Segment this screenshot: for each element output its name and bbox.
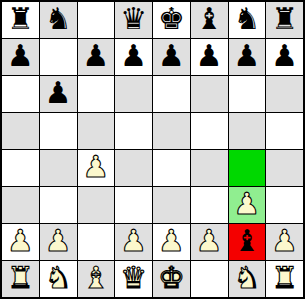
black-rook[interactable]: ♜ [7,4,34,34]
square-h2[interactable]: ♟ [266,224,303,260]
white-pawn[interactable]: ♟ [271,226,298,256]
square-f8[interactable]: ♝ [191,2,228,38]
square-c5[interactable] [78,113,115,149]
square-d6[interactable] [115,76,152,112]
black-knight[interactable]: ♞ [45,4,72,34]
square-c3[interactable] [78,187,115,223]
black-pawn[interactable]: ♟ [233,41,260,71]
chess-board: ♜♞♛♚♝♞♜♟♟♟♟♟♟♟♟♟♟♟♟♟♟♟♝♟♜♞♝♛♚♞♜ [0,0,305,299]
square-c1[interactable]: ♝ [78,261,115,297]
square-h7[interactable]: ♟ [266,39,303,75]
square-e5[interactable] [153,113,190,149]
square-g5[interactable] [229,113,266,149]
black-bishop[interactable]: ♝ [233,226,260,256]
square-e7[interactable]: ♟ [153,39,190,75]
square-f2[interactable]: ♟ [191,224,228,260]
white-knight[interactable]: ♞ [233,263,260,293]
white-queen[interactable]: ♛ [120,263,147,293]
white-pawn[interactable]: ♟ [45,226,72,256]
white-bishop[interactable]: ♝ [82,263,109,293]
white-pawn[interactable]: ♟ [82,152,109,182]
square-h8[interactable]: ♜ [266,2,303,38]
square-b6[interactable]: ♟ [40,76,77,112]
white-knight[interactable]: ♞ [45,263,72,293]
square-f3[interactable] [191,187,228,223]
black-pawn[interactable]: ♟ [82,41,109,71]
black-bishop[interactable]: ♝ [196,4,223,34]
square-d3[interactable] [115,187,152,223]
black-pawn[interactable]: ♟ [158,41,185,71]
white-pawn[interactable]: ♟ [233,189,260,219]
white-pawn[interactable]: ♟ [7,226,34,256]
square-c2[interactable] [78,224,115,260]
square-a3[interactable] [2,187,39,223]
square-g3[interactable]: ♟ [229,187,266,223]
square-c4[interactable]: ♟ [78,150,115,186]
square-a2[interactable]: ♟ [2,224,39,260]
white-pawn[interactable]: ♟ [120,226,147,256]
black-pawn[interactable]: ♟ [120,41,147,71]
square-b3[interactable] [40,187,77,223]
square-b7[interactable] [40,39,77,75]
square-b2[interactable]: ♟ [40,224,77,260]
black-knight[interactable]: ♞ [233,4,260,34]
square-f4[interactable] [191,150,228,186]
square-h5[interactable] [266,113,303,149]
black-rook[interactable]: ♜ [271,4,298,34]
black-pawn[interactable]: ♟ [7,41,34,71]
square-f1[interactable] [191,261,228,297]
black-pawn[interactable]: ♟ [45,78,72,108]
square-g2[interactable]: ♝ [229,224,266,260]
square-e8[interactable]: ♚ [153,2,190,38]
square-e2[interactable]: ♟ [153,224,190,260]
square-d4[interactable] [115,150,152,186]
square-h3[interactable] [266,187,303,223]
square-e1[interactable]: ♚ [153,261,190,297]
square-e4[interactable] [153,150,190,186]
square-d2[interactable]: ♟ [115,224,152,260]
square-a1[interactable]: ♜ [2,261,39,297]
white-pawn[interactable]: ♟ [196,226,223,256]
square-a4[interactable] [2,150,39,186]
square-e3[interactable] [153,187,190,223]
black-king[interactable]: ♚ [158,4,185,34]
square-c6[interactable] [78,76,115,112]
square-a7[interactable]: ♟ [2,39,39,75]
square-g1[interactable]: ♞ [229,261,266,297]
square-g4[interactable] [229,150,266,186]
square-b5[interactable] [40,113,77,149]
square-a8[interactable]: ♜ [2,2,39,38]
square-g7[interactable]: ♟ [229,39,266,75]
square-c8[interactable] [78,2,115,38]
white-pawn[interactable]: ♟ [158,226,185,256]
square-a6[interactable] [2,76,39,112]
square-d5[interactable] [115,113,152,149]
square-d8[interactable]: ♛ [115,2,152,38]
white-rook[interactable]: ♜ [271,263,298,293]
square-e6[interactable] [153,76,190,112]
square-h6[interactable] [266,76,303,112]
square-c7[interactable]: ♟ [78,39,115,75]
white-king[interactable]: ♚ [158,263,185,293]
black-pawn[interactable]: ♟ [271,41,298,71]
black-queen[interactable]: ♛ [120,4,147,34]
black-pawn[interactable]: ♟ [196,41,223,71]
square-h1[interactable]: ♜ [266,261,303,297]
square-g6[interactable] [229,76,266,112]
square-g8[interactable]: ♞ [229,2,266,38]
square-b8[interactable]: ♞ [40,2,77,38]
square-f5[interactable] [191,113,228,149]
square-d1[interactable]: ♛ [115,261,152,297]
white-rook[interactable]: ♜ [7,263,34,293]
square-b4[interactable] [40,150,77,186]
square-f7[interactable]: ♟ [191,39,228,75]
square-a5[interactable] [2,113,39,149]
square-f6[interactable] [191,76,228,112]
square-d7[interactable]: ♟ [115,39,152,75]
square-h4[interactable] [266,150,303,186]
square-b1[interactable]: ♞ [40,261,77,297]
